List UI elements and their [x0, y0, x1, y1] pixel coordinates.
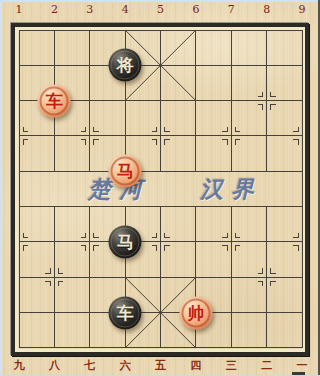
piece-black-chariot[interactable]: 车	[109, 296, 142, 329]
file-label-top-9: 9	[299, 3, 306, 16]
file-label-bottom-2: 八	[49, 358, 60, 373]
river-label-han-jie: 汉界	[200, 174, 262, 205]
file-label-bottom-3: 七	[84, 358, 95, 373]
xiangqi-window: 楚河 汉界 将车马马车帅 123456789 九八七六五四三二一	[0, 0, 320, 376]
bottom-edge-notch	[292, 372, 305, 375]
piece-char: 帅	[187, 304, 204, 321]
piece-red-chariot[interactable]: 车	[38, 84, 71, 117]
piece-char: 将	[117, 57, 134, 74]
piece-char: 马	[117, 163, 134, 180]
file-label-top-3: 3	[86, 3, 93, 16]
file-label-bottom-8: 二	[261, 358, 272, 373]
file-label-top-6: 6	[192, 3, 199, 16]
piece-char: 车	[46, 92, 63, 109]
file-label-bottom-7: 三	[226, 358, 237, 373]
file-label-bottom-4: 六	[120, 358, 131, 373]
file-label-bottom-9: 一	[297, 358, 308, 373]
xiangqi-board[interactable]: 楚河 汉界 将车马马车帅	[0, 0, 320, 376]
file-label-top-2: 2	[51, 3, 58, 16]
file-label-bottom-5: 五	[155, 358, 166, 373]
file-label-top-1: 1	[16, 3, 23, 16]
file-label-top-8: 8	[263, 3, 270, 16]
file-label-bottom-1: 九	[14, 358, 25, 373]
piece-char: 马	[117, 233, 134, 250]
window-border-top	[0, 0, 320, 2]
piece-red-horse[interactable]: 马	[109, 155, 142, 188]
file-label-top-5: 5	[157, 3, 164, 16]
piece-char: 车	[117, 304, 134, 321]
file-label-top-4: 4	[122, 3, 129, 16]
file-label-bottom-6: 四	[190, 358, 201, 373]
window-border-left	[0, 0, 2, 376]
file-label-top-7: 7	[228, 3, 235, 16]
piece-black-horse[interactable]: 马	[109, 225, 142, 258]
piece-black-general[interactable]: 将	[109, 49, 142, 82]
piece-red-general[interactable]: 帅	[179, 296, 212, 329]
